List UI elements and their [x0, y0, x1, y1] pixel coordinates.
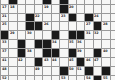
white-cell-r8c6[interactable]: 43 [43, 58, 50, 66]
black-cell-r2c8 [60, 5, 67, 13]
white-cell-r6c11[interactable] [85, 40, 92, 48]
white-cell-r2c13[interactable] [102, 5, 109, 13]
white-cell-r9c7[interactable] [52, 67, 59, 75]
white-cell-r10c13[interactable]: 55 [102, 76, 109, 80]
black-cell-r9c13 [102, 67, 109, 75]
white-cell-r1c14[interactable] [111, 0, 115, 4]
white-cell-r1c7[interactable] [52, 0, 59, 4]
white-cell-r2c10[interactable] [77, 5, 84, 13]
white-cell-r1c5[interactable]: 14 [35, 0, 42, 4]
white-cell-r1c10[interactable] [77, 0, 84, 4]
clue-number-r4c11: 27 [86, 22, 91, 25]
white-cell-r1c11[interactable] [85, 0, 92, 4]
white-cell-r3c3[interactable] [18, 14, 25, 22]
white-cell-r9c6[interactable] [43, 67, 50, 75]
clue-number-r7c13: 40 [103, 49, 108, 52]
black-cell-r7c3 [18, 49, 25, 57]
white-cell-r2c3[interactable] [18, 5, 25, 13]
white-cell-r4c13[interactable]: 28 [102, 22, 109, 30]
clue-number-r5c11: 31 [86, 31, 91, 34]
white-cell-r10c7[interactable] [52, 76, 59, 80]
black-cell-r6c3 [18, 40, 25, 48]
clue-number-r10c8: 53 [61, 76, 66, 79]
white-cell-r7c13[interactable]: 40 [102, 49, 109, 57]
white-cell-r4c10[interactable] [77, 22, 84, 30]
white-cell-r8c2[interactable] [9, 58, 16, 66]
white-cell-r8c8[interactable] [60, 58, 67, 66]
white-cell-r3c5[interactable]: 22 [35, 14, 42, 22]
white-cell-r2c6[interactable]: 19 [43, 5, 50, 13]
white-cell-r4c6[interactable]: 26 [43, 22, 50, 30]
white-cell-r5c6[interactable] [43, 31, 50, 39]
white-cell-r7c8[interactable] [60, 49, 67, 57]
clue-number-r3c5: 22 [35, 14, 40, 17]
white-cell-r2c2[interactable]: 18 [9, 5, 16, 13]
white-cell-r8c12[interactable]: 47 [94, 58, 101, 66]
clue-number-r8c1: 41 [2, 58, 7, 61]
white-cell-r3c6[interactable] [43, 14, 50, 22]
white-cell-r3c12[interactable]: 24 [94, 14, 101, 22]
white-cell-r4c1[interactable]: 25 [1, 22, 8, 30]
black-cell-r4c12 [94, 22, 101, 30]
white-cell-r3c2[interactable] [9, 14, 16, 22]
clue-number-r2c1: 17 [2, 5, 7, 8]
clue-number-r8c11: 46 [86, 58, 91, 61]
clue-number-r2c6: 19 [44, 5, 49, 8]
clue-number-r8c12: 47 [94, 58, 99, 61]
black-cell-r9c11 [85, 67, 92, 75]
crossword-grid: 1213141516171819202122232425262728293031… [0, 0, 115, 80]
white-cell-r8c3[interactable]: 42 [18, 58, 25, 66]
white-cell-r6c14[interactable] [111, 40, 115, 48]
clue-number-r7c1: 37 [2, 49, 7, 52]
white-cell-r2c9[interactable]: 20 [69, 5, 76, 13]
black-cell-r6c5 [35, 40, 42, 48]
black-cell-r8c5 [35, 58, 42, 66]
white-cell-r8c4[interactable] [26, 58, 33, 66]
white-cell-r6c13[interactable] [102, 40, 109, 48]
white-cell-r2c1[interactable]: 17 [1, 5, 8, 13]
white-cell-r8c13[interactable] [102, 58, 109, 66]
white-cell-r4c9[interactable] [69, 22, 76, 30]
white-cell-r3c13[interactable] [102, 14, 109, 22]
black-cell-r5c1 [1, 31, 8, 39]
black-cell-r5c7 [52, 31, 59, 39]
clue-number-r6c9: 35 [69, 40, 74, 43]
white-cell-r4c14[interactable] [111, 22, 115, 30]
white-cell-r6c8[interactable] [60, 40, 67, 48]
clue-number-r10c13: 55 [103, 76, 108, 79]
white-cell-r6c1[interactable]: 33 [1, 40, 8, 48]
white-cell-r6c4[interactable] [26, 40, 33, 48]
white-cell-r7c2[interactable] [9, 49, 16, 57]
clue-number-r4c6: 26 [44, 22, 49, 25]
clue-number-r2c2: 18 [10, 5, 15, 8]
clue-number-r4c1: 25 [2, 22, 7, 25]
white-cell-r8c14[interactable] [111, 58, 115, 66]
white-cell-r5c4[interactable]: 30 [26, 31, 33, 39]
black-cell-r6c6 [43, 40, 50, 48]
white-cell-r4c7[interactable] [52, 22, 59, 30]
white-cell-r7c5[interactable] [35, 49, 42, 57]
white-cell-r6c2[interactable] [9, 40, 16, 48]
clue-number-r3c8: 23 [61, 14, 66, 17]
white-cell-r1c1[interactable] [1, 0, 8, 4]
black-cell-r10c12 [94, 76, 101, 80]
clue-number-r9c5: 49 [35, 67, 40, 70]
white-cell-r3c7[interactable] [52, 14, 59, 22]
white-cell-r1c13[interactable]: 16 [102, 0, 109, 4]
clue-number-r6c7: 34 [52, 40, 57, 43]
clue-number-r10c1: 52 [2, 76, 7, 79]
white-cell-r5c14[interactable] [111, 31, 115, 39]
white-cell-r9c10[interactable]: 51 [77, 67, 84, 75]
black-cell-r1c8 [60, 0, 67, 4]
white-cell-r5c8[interactable] [60, 31, 67, 39]
white-cell-r9c4[interactable] [26, 67, 33, 75]
white-cell-r4c3[interactable] [18, 22, 25, 30]
white-cell-r5c13[interactable] [102, 31, 109, 39]
white-cell-r7c1[interactable]: 37 [1, 49, 8, 57]
clue-number-r7c10: 39 [77, 49, 82, 52]
black-cell-r7c6 [43, 49, 50, 57]
white-cell-r10c9[interactable] [69, 76, 76, 80]
white-cell-r7c11[interactable] [85, 49, 92, 57]
black-cell-r3c11 [85, 14, 92, 22]
black-cell-r7c9 [69, 49, 76, 57]
black-cell-r7c12 [94, 49, 101, 57]
black-cell-r5c9 [69, 31, 76, 39]
white-cell-r4c8[interactable] [60, 22, 67, 30]
black-cell-r7c7 [52, 49, 59, 57]
white-cell-r5c2[interactable]: 29 [9, 31, 16, 39]
white-cell-r5c11[interactable]: 31 [85, 31, 92, 39]
white-cell-r8c9[interactable]: 45 [69, 58, 76, 66]
white-cell-r10c4[interactable] [26, 76, 33, 80]
clue-number-r5c2: 29 [10, 31, 15, 34]
black-cell-r4c5 [35, 22, 42, 30]
white-cell-r4c11[interactable]: 27 [85, 22, 92, 30]
clue-number-r5c12: 32 [94, 31, 99, 34]
clue-number-r10c11: 54 [86, 76, 91, 79]
white-cell-r10c14[interactable] [111, 76, 115, 80]
clue-number-r2c9: 20 [69, 5, 74, 8]
white-cell-r6c7[interactable]: 34 [52, 40, 59, 48]
black-cell-r3c4 [26, 14, 33, 22]
white-cell-r10c8[interactable]: 53 [60, 76, 67, 80]
clue-number-r5c4: 30 [27, 31, 32, 34]
black-cell-r1c2 [9, 0, 16, 4]
white-cell-r3c8[interactable]: 23 [60, 14, 67, 22]
white-cell-r10c6[interactable] [43, 76, 50, 80]
white-cell-r2c4[interactable] [26, 5, 33, 13]
clue-number-r3c12: 24 [94, 14, 99, 17]
black-cell-r9c8 [60, 67, 67, 75]
clue-number-r9c9: 50 [69, 67, 74, 70]
white-cell-r4c2[interactable] [9, 22, 16, 30]
white-cell-r6c10[interactable]: 36 [77, 40, 84, 48]
white-cell-r10c10[interactable] [77, 76, 84, 80]
white-cell-r6c9[interactable]: 35 [69, 40, 76, 48]
white-cell-r2c5[interactable] [35, 5, 42, 13]
clue-number-r6c1: 33 [2, 40, 7, 43]
white-cell-r5c3[interactable] [18, 31, 25, 39]
black-cell-r3c9 [69, 14, 76, 22]
white-cell-r9c3[interactable] [18, 67, 25, 75]
white-cell-r9c12[interactable] [94, 67, 101, 75]
white-cell-r10c2[interactable] [9, 76, 16, 80]
clue-number-r8c6: 43 [44, 58, 49, 61]
white-cell-r7c14[interactable] [111, 49, 115, 57]
white-cell-r8c11[interactable]: 46 [85, 58, 92, 66]
white-cell-r1c4[interactable]: 13 [26, 0, 33, 4]
white-cell-r9c14[interactable] [111, 67, 115, 75]
white-cell-r1c9[interactable]: 15 [69, 0, 76, 4]
white-cell-r5c12[interactable]: 32 [94, 31, 101, 39]
crossword-screenshot: 1213141516171819202122232425262728293031… [0, 0, 115, 80]
white-cell-r7c10[interactable]: 39 [77, 49, 84, 57]
white-cell-r10c3[interactable] [18, 76, 25, 80]
white-cell-r2c11[interactable] [85, 5, 92, 13]
white-cell-r3c10[interactable] [77, 14, 84, 22]
white-cell-r10c11[interactable]: 54 [85, 76, 92, 80]
white-cell-r9c1[interactable]: 48 [1, 67, 8, 75]
white-cell-r10c1[interactable]: 52 [1, 76, 8, 80]
white-cell-r5c5[interactable] [35, 31, 42, 39]
clue-number-r8c3: 42 [18, 58, 23, 61]
white-cell-r7c4[interactable]: 38 [26, 49, 33, 57]
black-cell-r8c10 [77, 58, 84, 66]
white-cell-r9c2[interactable] [9, 67, 16, 75]
white-cell-r8c1[interactable]: 41 [1, 58, 8, 66]
black-cell-r5c10 [77, 31, 84, 39]
white-cell-r1c3[interactable]: 12 [18, 0, 25, 4]
white-cell-r2c14[interactable] [111, 5, 115, 13]
clue-number-r8c9: 45 [69, 58, 74, 61]
clue-number-r6c10: 36 [77, 40, 82, 43]
white-cell-r9c5[interactable]: 49 [35, 67, 42, 75]
clue-number-r9c10: 51 [77, 67, 82, 70]
clue-number-r4c13: 28 [103, 22, 108, 25]
white-cell-r8c7[interactable]: 44 [52, 58, 59, 66]
white-cell-r6c12[interactable] [94, 40, 101, 48]
clue-number-r7c4: 38 [27, 49, 32, 52]
black-cell-r4c4 [26, 22, 33, 30]
white-cell-r10c5[interactable] [35, 76, 42, 80]
clue-number-r9c1: 48 [2, 67, 7, 70]
white-cell-r2c7[interactable] [52, 5, 59, 13]
white-cell-r1c12[interactable] [94, 0, 101, 4]
white-cell-r3c1[interactable]: 21 [1, 14, 8, 22]
white-cell-r9c9[interactable]: 50 [69, 67, 76, 75]
clue-number-r3c1: 21 [2, 14, 7, 17]
black-cell-r1c6 [43, 0, 50, 4]
white-cell-r3c14[interactable] [111, 14, 115, 22]
clue-number-r8c7: 44 [52, 58, 57, 61]
white-cell-r2c12[interactable] [94, 5, 101, 13]
